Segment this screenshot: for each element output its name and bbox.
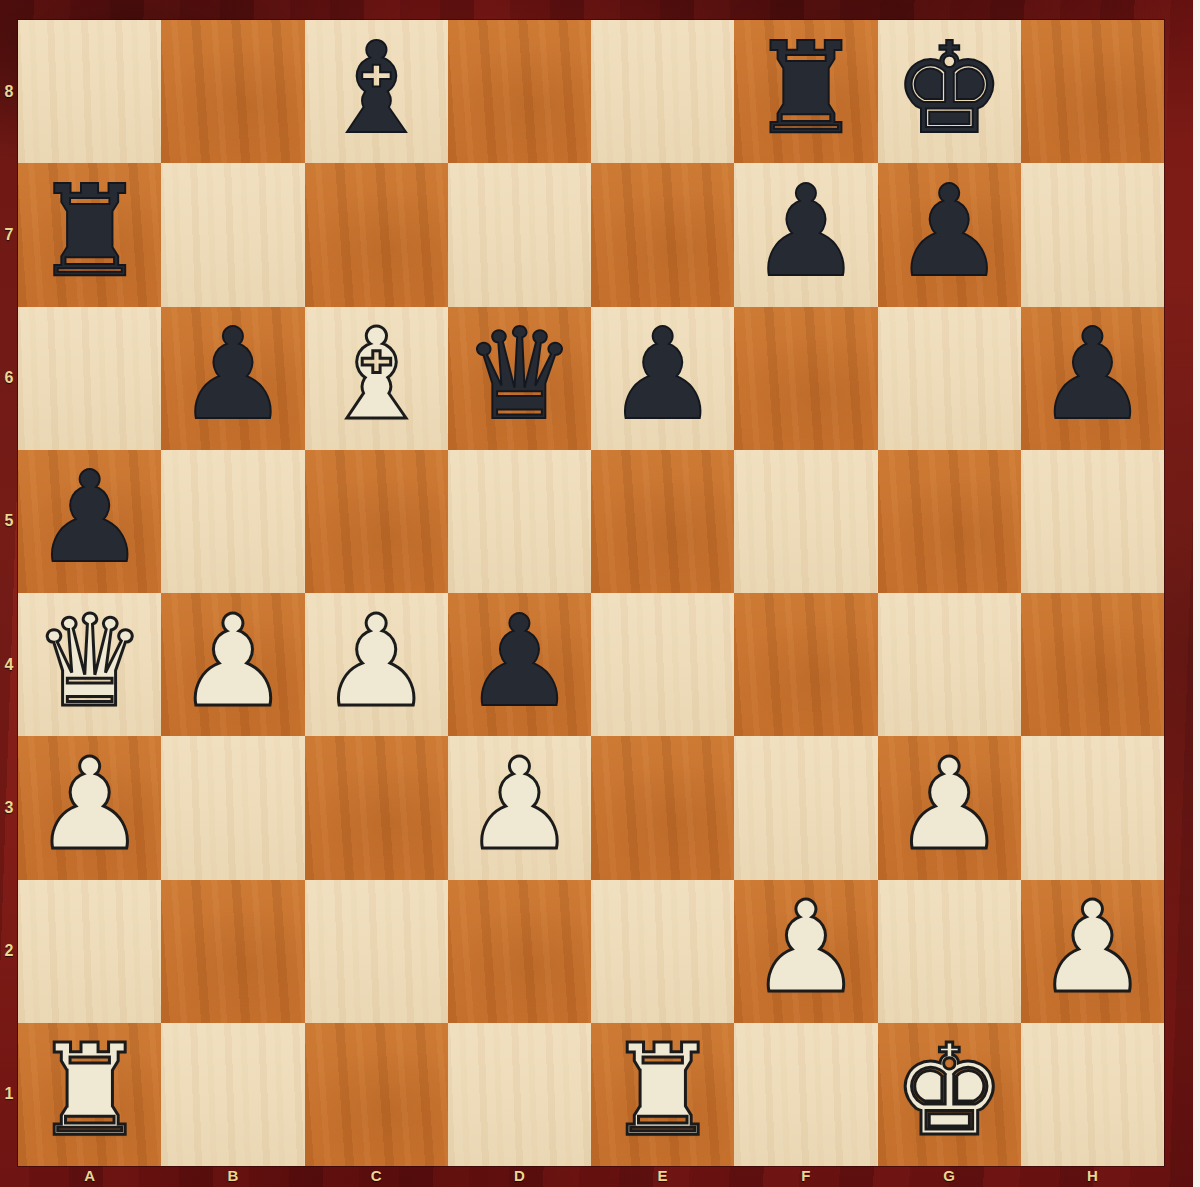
black-bishop[interactable]: ♝ [320, 26, 433, 152]
file-label-d: D [448, 1164, 591, 1187]
square-g5[interactable] [878, 450, 1021, 593]
white-rook[interactable]: ♜ [33, 1028, 146, 1154]
square-e8[interactable] [591, 20, 734, 163]
white-pawn[interactable]: ♟ [1036, 885, 1149, 1011]
square-b2[interactable] [161, 880, 304, 1023]
square-e3[interactable] [591, 736, 734, 879]
file-label-b: B [161, 1164, 304, 1187]
white-rook[interactable]: ♜ [606, 1028, 719, 1154]
rank-label-5: 5 [0, 450, 18, 593]
square-a7[interactable]: ♜ [18, 163, 161, 306]
square-c2[interactable] [305, 880, 448, 1023]
chess-diagram: ♝♜♚♜♟♟♟♝♛♟♟♟♛♟♟♟♟♟♟♟♟♜♜♚ 87654321 ABCDEF… [0, 0, 1200, 1187]
white-pawn[interactable]: ♟ [320, 599, 433, 725]
square-g3[interactable]: ♟ [878, 736, 1021, 879]
image-edge-sliver [1193, 0, 1200, 1187]
black-pawn[interactable]: ♟ [176, 312, 289, 438]
square-b5[interactable] [161, 450, 304, 593]
square-c5[interactable] [305, 450, 448, 593]
black-pawn[interactable]: ♟ [606, 312, 719, 438]
white-king[interactable]: ♚ [893, 1028, 1006, 1154]
square-f4[interactable] [734, 593, 877, 736]
square-e6[interactable]: ♟ [591, 307, 734, 450]
white-pawn[interactable]: ♟ [463, 742, 576, 868]
file-label-f: F [734, 1164, 877, 1187]
square-g6[interactable] [878, 307, 1021, 450]
white-queen[interactable]: ♛ [33, 599, 146, 725]
white-pawn[interactable]: ♟ [893, 742, 1006, 868]
white-pawn[interactable]: ♟ [176, 599, 289, 725]
square-e7[interactable] [591, 163, 734, 306]
square-c1[interactable] [305, 1023, 448, 1166]
square-a6[interactable] [18, 307, 161, 450]
square-b1[interactable] [161, 1023, 304, 1166]
square-d3[interactable]: ♟ [448, 736, 591, 879]
white-pawn[interactable]: ♟ [33, 742, 146, 868]
square-d5[interactable] [448, 450, 591, 593]
square-d1[interactable] [448, 1023, 591, 1166]
square-d6[interactable]: ♛ [448, 307, 591, 450]
square-c6[interactable]: ♝ [305, 307, 448, 450]
square-e1[interactable]: ♜ [591, 1023, 734, 1166]
square-g2[interactable] [878, 880, 1021, 1023]
chess-board: ♝♜♚♜♟♟♟♝♛♟♟♟♛♟♟♟♟♟♟♟♟♜♜♚ [18, 20, 1164, 1166]
square-g4[interactable] [878, 593, 1021, 736]
square-a2[interactable] [18, 880, 161, 1023]
square-h5[interactable] [1021, 450, 1164, 593]
square-h6[interactable]: ♟ [1021, 307, 1164, 450]
square-h4[interactable] [1021, 593, 1164, 736]
square-h1[interactable] [1021, 1023, 1164, 1166]
file-label-e: E [591, 1164, 734, 1187]
file-labels: ABCDEFGH [18, 1164, 1164, 1187]
square-a8[interactable] [18, 20, 161, 163]
black-rook[interactable]: ♜ [33, 169, 146, 295]
square-f7[interactable]: ♟ [734, 163, 877, 306]
black-pawn[interactable]: ♟ [1036, 312, 1149, 438]
rank-label-3: 3 [0, 736, 18, 879]
square-d2[interactable] [448, 880, 591, 1023]
square-a4[interactable]: ♛ [18, 593, 161, 736]
square-g8[interactable]: ♚ [878, 20, 1021, 163]
square-b6[interactable]: ♟ [161, 307, 304, 450]
square-g7[interactable]: ♟ [878, 163, 1021, 306]
square-h7[interactable] [1021, 163, 1164, 306]
square-b4[interactable]: ♟ [161, 593, 304, 736]
square-b3[interactable] [161, 736, 304, 879]
square-e4[interactable] [591, 593, 734, 736]
black-king[interactable]: ♚ [893, 26, 1006, 152]
black-rook[interactable]: ♜ [749, 26, 862, 152]
file-label-g: G [878, 1164, 1021, 1187]
square-e2[interactable] [591, 880, 734, 1023]
rank-label-6: 6 [0, 307, 18, 450]
square-h3[interactable] [1021, 736, 1164, 879]
square-a3[interactable]: ♟ [18, 736, 161, 879]
rank-labels: 87654321 [0, 20, 18, 1166]
rank-label-8: 8 [0, 20, 18, 163]
rank-label-4: 4 [0, 593, 18, 736]
rank-label-7: 7 [0, 163, 18, 306]
rank-label-1: 1 [0, 1023, 18, 1166]
file-label-c: C [305, 1164, 448, 1187]
rank-label-2: 2 [0, 880, 18, 1023]
square-f3[interactable] [734, 736, 877, 879]
black-pawn[interactable]: ♟ [893, 169, 1006, 295]
black-pawn[interactable]: ♟ [33, 455, 146, 581]
square-c4[interactable]: ♟ [305, 593, 448, 736]
file-label-h: H [1021, 1164, 1164, 1187]
black-queen[interactable]: ♛ [463, 312, 576, 438]
square-a1[interactable]: ♜ [18, 1023, 161, 1166]
square-f1[interactable] [734, 1023, 877, 1166]
square-b8[interactable] [161, 20, 304, 163]
square-h8[interactable] [1021, 20, 1164, 163]
square-f2[interactable]: ♟ [734, 880, 877, 1023]
square-f6[interactable] [734, 307, 877, 450]
square-e5[interactable] [591, 450, 734, 593]
square-b7[interactable] [161, 163, 304, 306]
black-pawn[interactable]: ♟ [463, 599, 576, 725]
square-a5[interactable]: ♟ [18, 450, 161, 593]
square-h2[interactable]: ♟ [1021, 880, 1164, 1023]
square-f8[interactable]: ♜ [734, 20, 877, 163]
black-pawn[interactable]: ♟ [749, 169, 862, 295]
square-d4[interactable]: ♟ [448, 593, 591, 736]
square-c3[interactable] [305, 736, 448, 879]
square-d7[interactable] [448, 163, 591, 306]
square-d8[interactable] [448, 20, 591, 163]
file-label-a: A [18, 1164, 161, 1187]
square-c8[interactable]: ♝ [305, 20, 448, 163]
square-c7[interactable] [305, 163, 448, 306]
white-bishop[interactable]: ♝ [320, 312, 433, 438]
square-g1[interactable]: ♚ [878, 1023, 1021, 1166]
square-f5[interactable] [734, 450, 877, 593]
white-pawn[interactable]: ♟ [749, 885, 862, 1011]
